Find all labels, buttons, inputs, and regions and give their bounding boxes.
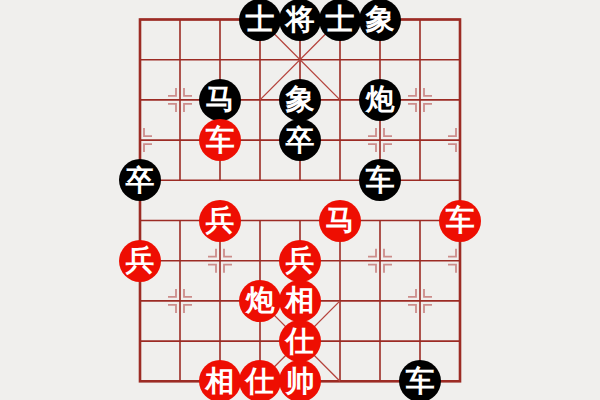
piece-black-elephant[interactable]: 象 (359, 0, 401, 41)
piece-red-chariot[interactable]: 车 (199, 119, 241, 161)
piece-red-chariot[interactable]: 车 (439, 200, 481, 242)
piece-red-elephant[interactable]: 相 (199, 360, 241, 400)
xiangqi-app-screen: 士将士象马象炮车卒卒车兵马车兵兵炮相仕相仕帅车 (0, 0, 600, 400)
piece-red-pawn[interactable]: 兵 (199, 200, 241, 242)
piece-red-cannon[interactable]: 炮 (239, 280, 281, 322)
piece-red-elephant[interactable]: 相 (279, 280, 321, 322)
piece-black-king[interactable]: 将 (279, 0, 321, 41)
piece-black-chariot[interactable]: 车 (359, 159, 401, 201)
piece-black-pawn[interactable]: 卒 (119, 159, 161, 201)
piece-red-king[interactable]: 帅 (279, 360, 321, 400)
piece-black-elephant[interactable]: 象 (279, 79, 321, 121)
piece-red-horse[interactable]: 马 (319, 200, 361, 242)
piece-red-pawn[interactable]: 兵 (279, 240, 321, 282)
piece-red-advisor[interactable]: 仕 (279, 320, 321, 362)
piece-black-advisor[interactable]: 士 (319, 0, 361, 41)
piece-black-horse[interactable]: 马 (199, 79, 241, 121)
piece-black-chariot[interactable]: 车 (399, 360, 441, 400)
piece-black-pawn[interactable]: 卒 (279, 119, 321, 161)
piece-black-advisor[interactable]: 士 (239, 0, 281, 41)
piece-red-advisor[interactable]: 仕 (239, 360, 281, 400)
piece-black-cannon[interactable]: 炮 (359, 79, 401, 121)
piece-red-pawn[interactable]: 兵 (119, 240, 161, 282)
